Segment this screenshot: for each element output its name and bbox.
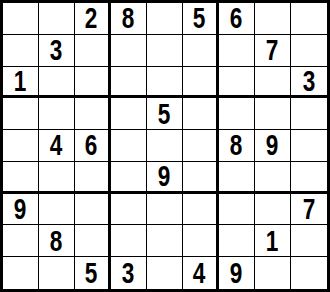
cell-r4c5: 5 — [147, 98, 183, 130]
cell-r7c7[interactable] — [219, 194, 255, 226]
given-digit: 4 — [50, 130, 63, 160]
cell-r6c6[interactable] — [183, 162, 219, 194]
cell-r5c7: 8 — [219, 130, 255, 162]
given-digit: 9 — [14, 194, 27, 224]
cell-r4c3[interactable] — [75, 98, 111, 130]
given-digit: 3 — [50, 35, 63, 65]
cell-r9c4: 3 — [111, 257, 147, 289]
cell-r6c7[interactable] — [219, 162, 255, 194]
cell-r6c3[interactable] — [75, 162, 111, 194]
cell-r4c2[interactable] — [39, 98, 75, 130]
cell-r5c5[interactable] — [147, 130, 183, 162]
given-digit: 9 — [158, 162, 171, 191]
cell-r2c5[interactable] — [147, 35, 183, 67]
cell-r7c5[interactable] — [147, 194, 183, 226]
cell-r9c5[interactable] — [147, 257, 183, 289]
cell-r2c8: 7 — [255, 35, 291, 67]
cell-r5c9[interactable] — [291, 130, 327, 162]
cell-r9c9[interactable] — [291, 257, 327, 289]
cell-r1c7: 6 — [219, 3, 255, 35]
cell-r8c5[interactable] — [147, 225, 183, 257]
cell-r3c1: 1 — [3, 67, 39, 99]
cell-r9c1[interactable] — [3, 257, 39, 289]
cell-r8c3[interactable] — [75, 225, 111, 257]
cell-r6c8[interactable] — [255, 162, 291, 194]
cell-r1c3: 2 — [75, 3, 111, 35]
cell-r5c2: 4 — [39, 130, 75, 162]
cell-r4c4[interactable] — [111, 98, 147, 130]
cell-r2c3[interactable] — [75, 35, 111, 67]
cell-r9c3: 5 — [75, 257, 111, 289]
cell-r8c4[interactable] — [111, 225, 147, 257]
cell-r8c6[interactable] — [183, 225, 219, 257]
cell-r1c5[interactable] — [147, 3, 183, 35]
cell-r3c9: 3 — [291, 67, 327, 99]
cell-r3c6[interactable] — [183, 67, 219, 99]
cell-r5c6[interactable] — [183, 130, 219, 162]
cell-r3c8[interactable] — [255, 67, 291, 99]
given-digit: 6 — [230, 3, 243, 33]
cell-r2c6[interactable] — [183, 35, 219, 67]
cell-r3c5[interactable] — [147, 67, 183, 99]
cell-r7c8[interactable] — [255, 194, 291, 226]
cell-r1c9[interactable] — [291, 3, 327, 35]
cell-r8c7[interactable] — [219, 225, 255, 257]
cell-r6c1[interactable] — [3, 162, 39, 194]
cell-r5c4[interactable] — [111, 130, 147, 162]
cell-r1c4: 8 — [111, 3, 147, 35]
cell-r4c6[interactable] — [183, 98, 219, 130]
cell-r8c8: 1 — [255, 225, 291, 257]
cell-r6c9[interactable] — [291, 162, 327, 194]
cell-r5c3: 6 — [75, 130, 111, 162]
cell-r2c7[interactable] — [219, 35, 255, 67]
cell-r6c2[interactable] — [39, 162, 75, 194]
given-digit: 6 — [85, 130, 98, 160]
cell-r3c2[interactable] — [39, 67, 75, 99]
cell-r9c7: 9 — [219, 257, 255, 289]
given-digit: 5 — [158, 99, 171, 129]
cell-r1c8[interactable] — [255, 3, 291, 35]
cell-r7c4[interactable] — [111, 194, 147, 226]
cell-r2c1[interactable] — [3, 35, 39, 67]
cell-r4c9[interactable] — [291, 98, 327, 130]
cell-r6c4[interactable] — [111, 162, 147, 194]
cell-r3c7[interactable] — [219, 67, 255, 99]
given-digit: 8 — [230, 130, 243, 160]
cell-r9c2[interactable] — [39, 257, 75, 289]
cell-r2c4[interactable] — [111, 35, 147, 67]
given-digit: 3 — [122, 258, 135, 288]
given-digit: 1 — [14, 67, 27, 96]
sudoku-board: 2856371354689997815349 — [0, 0, 330, 292]
given-digit: 8 — [122, 3, 135, 33]
cell-r7c2[interactable] — [39, 194, 75, 226]
cell-r3c4[interactable] — [111, 67, 147, 99]
cell-r2c9[interactable] — [291, 35, 327, 67]
cell-r7c9: 7 — [291, 194, 327, 226]
given-digit: 5 — [85, 258, 98, 288]
cell-r7c1: 9 — [3, 194, 39, 226]
cell-r5c1[interactable] — [3, 130, 39, 162]
cell-r9c6: 4 — [183, 257, 219, 289]
cell-r7c3[interactable] — [75, 194, 111, 226]
cell-r5c8: 9 — [255, 130, 291, 162]
given-digit: 2 — [85, 3, 98, 33]
cell-r4c8[interactable] — [255, 98, 291, 130]
cell-r3c3[interactable] — [75, 67, 111, 99]
given-digit: 3 — [303, 67, 316, 96]
cell-r8c2: 8 — [39, 225, 75, 257]
given-digit: 1 — [266, 226, 279, 256]
given-digit: 8 — [50, 226, 63, 256]
given-digit: 4 — [193, 258, 206, 288]
cell-r1c2[interactable] — [39, 3, 75, 35]
given-digit: 7 — [266, 35, 279, 65]
given-digit: 7 — [303, 194, 316, 224]
given-digit: 9 — [266, 130, 279, 160]
cell-r1c1[interactable] — [3, 3, 39, 35]
cell-r4c7[interactable] — [219, 98, 255, 130]
cell-r9c8[interactable] — [255, 257, 291, 289]
given-digit: 5 — [193, 3, 206, 33]
cell-r1c6: 5 — [183, 3, 219, 35]
cell-r6c5: 9 — [147, 162, 183, 194]
cell-r8c1[interactable] — [3, 225, 39, 257]
cell-r4c1[interactable] — [3, 98, 39, 130]
given-digit: 9 — [230, 258, 243, 288]
cell-r7c6[interactable] — [183, 194, 219, 226]
cell-r8c9[interactable] — [291, 225, 327, 257]
cell-r2c2: 3 — [39, 35, 75, 67]
